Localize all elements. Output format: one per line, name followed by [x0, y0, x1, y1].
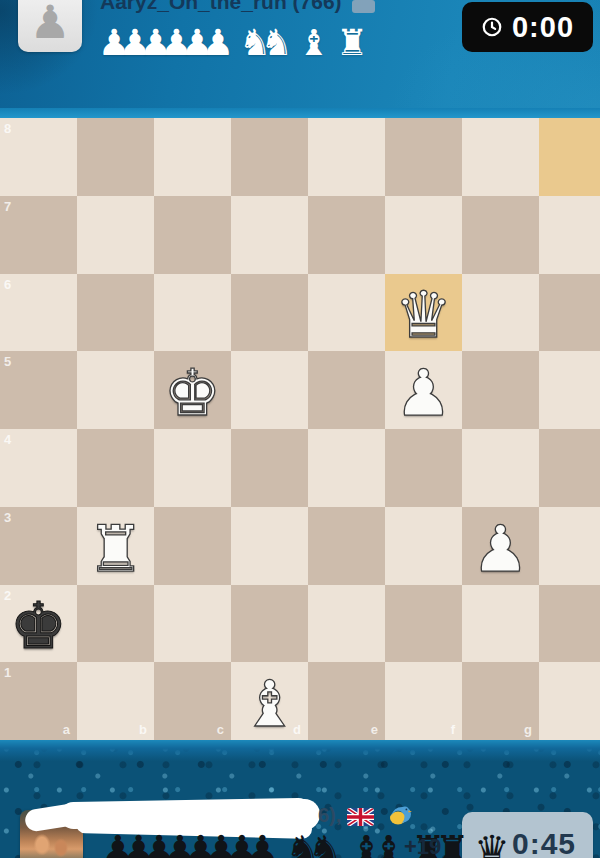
bird-icon [388, 803, 413, 826]
captured-knights: ♞♞ [239, 24, 282, 62]
square-e1[interactable]: e [308, 662, 385, 740]
square-c1[interactable]: c [154, 662, 231, 740]
square-f2[interactable] [385, 585, 462, 663]
square-e8[interactable] [308, 118, 385, 196]
square-d6[interactable] [231, 274, 308, 352]
square-e5[interactable] [308, 351, 385, 429]
header-board-divider [0, 108, 600, 118]
square-h5[interactable] [539, 351, 600, 429]
piece-white-bishop[interactable]: ♝ [231, 662, 308, 740]
square-a2[interactable]: 2♚ [0, 585, 77, 663]
captured-pawns: ♟♟♟♟♟♟ [98, 24, 223, 62]
bottom-player-name-fragment[interactable]: 6), [318, 804, 341, 827]
file-label: e [371, 722, 378, 737]
piece-black-king[interactable]: ♚ [0, 585, 77, 663]
captured-queen: ♛ [474, 828, 510, 858]
square-b2[interactable] [77, 585, 154, 663]
captured-rook: ♜ [336, 24, 368, 62]
square-a3[interactable]: 3 [0, 507, 77, 585]
square-e4[interactable] [308, 429, 385, 507]
captured-bishop: ♝ [298, 24, 330, 62]
square-g7[interactable] [462, 196, 539, 274]
captured-pawns: ♟♟♟♟♟♟♟♟ [100, 828, 265, 858]
square-d5[interactable] [231, 351, 308, 429]
rank-label: 5 [4, 354, 11, 369]
square-b5[interactable] [77, 351, 154, 429]
top-player-avatar[interactable]: ♟ [18, 0, 82, 52]
pawn-avatar-icon: ♟ [29, 0, 70, 45]
square-g4[interactable] [462, 429, 539, 507]
piece-white-king[interactable]: ♚ [154, 351, 231, 429]
square-c6[interactable] [154, 274, 231, 352]
piece-white-rook[interactable]: ♜ [77, 507, 154, 585]
captured-bishops: ♝♝ [348, 828, 393, 858]
bottom-clock-time: 0:45 [512, 827, 576, 858]
square-g5[interactable] [462, 351, 539, 429]
file-label: c [217, 722, 224, 737]
square-c3[interactable] [154, 507, 231, 585]
square-b4[interactable] [77, 429, 154, 507]
rank-label: 7 [4, 199, 11, 214]
rank-label: 1 [4, 665, 11, 680]
square-a7[interactable]: 7 [0, 196, 77, 274]
square-f7[interactable] [385, 196, 462, 274]
square-b6[interactable] [77, 274, 154, 352]
square-c7[interactable] [154, 196, 231, 274]
rank-label: 4 [4, 432, 11, 447]
uk-flag-icon [347, 808, 374, 826]
piece-white-pawn[interactable]: ♟ [385, 351, 462, 429]
file-label: a [63, 722, 70, 737]
square-h2[interactable] [539, 585, 600, 663]
square-c8[interactable] [154, 118, 231, 196]
top-player-name[interactable]: Aaryz_On_the_run (766) [100, 0, 342, 14]
square-a6[interactable]: 6 [0, 274, 77, 352]
square-f4[interactable] [385, 429, 462, 507]
square-g6[interactable] [462, 274, 539, 352]
top-player-clock: 0:00 [462, 2, 593, 52]
material-advantage: +19 [404, 834, 441, 858]
square-g3[interactable]: ♟ [462, 507, 539, 585]
square-g2[interactable] [462, 585, 539, 663]
top-player-captured-pieces: ♟♟♟♟♟♟ ♞♞ ♝ ♜ [98, 22, 368, 62]
square-h6[interactable] [539, 274, 600, 352]
square-f5[interactable]: ♟ [385, 351, 462, 429]
square-a8[interactable]: 8 [0, 118, 77, 196]
name-scribble [282, 799, 320, 830]
square-c4[interactable] [154, 429, 231, 507]
square-c2[interactable] [154, 585, 231, 663]
square-a4[interactable]: 4 [0, 429, 77, 507]
bottom-player-captured-pieces: ♟♟♟♟♟♟♟♟ ♞♞ ♝♝ ♜♜ ♛ [100, 828, 517, 858]
rank-label: 8 [4, 121, 11, 136]
rank-label: 6 [4, 277, 11, 292]
square-g1[interactable]: g [462, 662, 539, 740]
square-b3[interactable]: ♜ [77, 507, 154, 585]
square-h7[interactable] [539, 196, 600, 274]
square-e6[interactable] [308, 274, 385, 352]
square-d3[interactable] [231, 507, 308, 585]
square-e7[interactable] [308, 196, 385, 274]
square-b7[interactable] [77, 196, 154, 274]
piece-white-queen[interactable]: ♛ [385, 274, 462, 352]
square-h8[interactable] [539, 118, 600, 196]
square-d2[interactable] [231, 585, 308, 663]
square-f8[interactable] [385, 118, 462, 196]
square-d4[interactable] [231, 429, 308, 507]
square-h3[interactable] [539, 507, 600, 585]
square-d8[interactable] [231, 118, 308, 196]
square-e3[interactable] [308, 507, 385, 585]
file-label: g [524, 722, 532, 737]
square-f1[interactable]: f [385, 662, 462, 740]
square-h1[interactable]: h [539, 662, 600, 740]
square-f6[interactable]: ♛ [385, 274, 462, 352]
file-label: f [451, 722, 455, 737]
captured-knights: ♞♞ [285, 828, 330, 858]
square-e2[interactable] [308, 585, 385, 663]
clock-icon [481, 16, 503, 38]
square-d1[interactable]: d♝ [231, 662, 308, 740]
top-clock-time: 0:00 [512, 11, 574, 44]
square-h4[interactable] [539, 429, 600, 507]
rank-label: 3 [4, 510, 11, 525]
square-d7[interactable] [231, 196, 308, 274]
square-b8[interactable] [77, 118, 154, 196]
square-g8[interactable] [462, 118, 539, 196]
square-a5[interactable]: 5 [0, 351, 77, 429]
square-a1[interactable]: 1a [0, 662, 77, 740]
square-c5[interactable]: ♚ [154, 351, 231, 429]
square-b1[interactable]: b [77, 662, 154, 740]
square-f3[interactable] [385, 507, 462, 585]
chess-board[interactable]: 876♛5♚♟43♜♟2♚1abcd♝efgh [0, 118, 600, 740]
file-label: b [139, 722, 147, 737]
piece-white-pawn[interactable]: ♟ [462, 507, 539, 585]
player-badge-icon [352, 0, 375, 13]
